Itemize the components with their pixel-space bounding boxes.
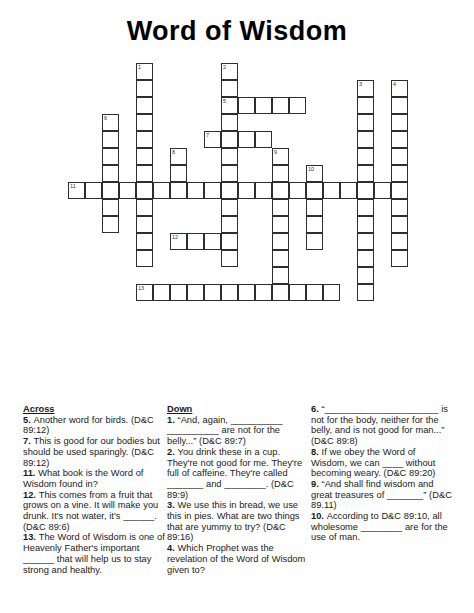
grid-cell-r5c2[interactable] [102,148,119,165]
grid-cell-r9c14[interactable] [306,216,323,233]
grid-cell-r6c9[interactable] [221,165,238,182]
grid-cell-r10c7[interactable] [187,233,204,250]
grid-cell-r13c7[interactable] [187,284,204,301]
down-clue-column: Down 1. “And, again, __________ ________… [167,404,310,575]
grid-cell-r0c9[interactable]: 2 [221,63,238,80]
grid-cell-r13c4[interactable]: 13 [136,284,153,301]
grid-cell-r10c4[interactable] [136,233,153,250]
clue-across-7: 7. This is good for our bodies but shoul… [23,436,166,468]
grid-cell-r10c19[interactable] [391,233,408,250]
grid-cell-r11c4[interactable] [136,250,153,267]
clue-across-5: 5. Another word for birds. (D&C 89:12) [23,415,166,436]
grid-cell-r5c4[interactable] [136,148,153,165]
clue-number-13: 13 [138,285,144,291]
grid-cell-r3c2[interactable]: 6 [102,114,119,131]
grid-cell-r7c16[interactable] [340,182,357,199]
page-title: Word of Wisdom [0,16,474,47]
grid-cell-r10c9[interactable] [221,233,238,250]
grid-cell-r7c18[interactable] [374,182,391,199]
grid-cell-r6c19[interactable] [391,165,408,182]
grid-cell-r5c17[interactable] [357,148,374,165]
grid-cell-r7c6[interactable] [170,182,187,199]
grid-cell-r1c4[interactable] [136,80,153,97]
clue-number-12: 12 [172,234,178,240]
grid-cell-r10c12[interactable] [272,233,289,250]
grid-cell-r6c12[interactable] [272,165,289,182]
clue-number-8: 8 [172,149,175,155]
grid-cell-r13c15[interactable] [323,284,340,301]
across-header: Across [23,404,166,415]
clue-number-4: 4 [393,81,396,87]
clue-down-2: 2. You drink these in a cup. They're not… [167,447,310,501]
grid-cell-r5c6[interactable]: 8 [170,148,187,165]
grid-cell-r9c4[interactable] [136,216,153,233]
clue-number-2: 2 [223,64,226,70]
grid-cell-r2c4[interactable] [136,97,153,114]
grid-cell-r10c14[interactable] [306,233,323,250]
grid-cell-r1c9[interactable] [221,80,238,97]
clue-number-10: 10 [308,166,314,172]
grid-cell-r8c9[interactable] [221,199,238,216]
grid-cell-r5c19[interactable] [391,148,408,165]
grid-cell-r9c9[interactable] [221,216,238,233]
grid-cell-r7c11[interactable] [255,182,272,199]
grid-cell-r7c0[interactable]: 11 [68,182,85,199]
grid-cell-r13c10[interactable] [238,284,255,301]
grid-cell-r6c2[interactable] [102,165,119,182]
grid-cell-r7c8[interactable] [204,182,221,199]
clue-across-11: 11. What book is the Word of Wisdom foun… [23,468,166,489]
across-clue-list: 5. Another word for birds. (D&C 89:12)7.… [23,415,166,576]
clue-number-9: 9 [274,149,277,155]
grid-cell-r3c17[interactable] [357,114,374,131]
grid-cell-r1c17[interactable]: 3 [357,80,374,97]
grid-cell-r8c17[interactable] [357,199,374,216]
crossword-worksheet: Word of Wisdom 12345678910111213 Across … [0,0,474,613]
grid-cell-r4c4[interactable] [136,131,153,148]
clue-number-11: 11 [70,183,76,189]
down-clue-column-continued: 6. “______________________ is not for th… [311,404,454,575]
grid-cell-r7c13[interactable] [289,182,306,199]
grid-cell-r10c8[interactable] [204,233,221,250]
grid-cell-r7c10[interactable] [238,182,255,199]
grid-cell-r7c1[interactable] [85,182,102,199]
grid-cell-r7c15[interactable] [323,182,340,199]
down-clue-list: 1. “And, again, __________ __________ ar… [167,415,310,576]
grid-cell-r4c2[interactable] [102,131,119,148]
grid-cell-r7c4[interactable] [136,182,153,199]
grid-cell-r9c12[interactable] [272,216,289,233]
grid-cell-r4c19[interactable] [391,131,408,148]
grid-cell-r8c4[interactable] [136,199,153,216]
grid-cell-r6c6[interactable] [170,165,187,182]
grid-cell-r3c19[interactable] [391,114,408,131]
grid-cell-r5c12[interactable]: 9 [272,148,289,165]
grid-cell-r9c17[interactable] [357,216,374,233]
clue-section: Across 5. Another word for birds. (D&C 8… [23,404,455,575]
grid-cell-r11c17[interactable] [357,250,374,267]
grid-cell-r7c5[interactable] [153,182,170,199]
clue-number-7: 7 [206,132,209,138]
grid-cell-r8c19[interactable] [391,199,408,216]
grid-cell-r4c10[interactable] [238,131,255,148]
grid-cell-r7c7[interactable] [187,182,204,199]
grid-cell-r13c8[interactable] [204,284,221,301]
across-clue-column: Across 5. Another word for birds. (D&C 8… [23,404,166,575]
grid-cell-r7c3[interactable] [119,182,136,199]
clue-number-6: 6 [104,115,107,121]
clue-number-5: 5 [223,98,226,104]
grid-cell-r7c17[interactable] [357,182,374,199]
grid-cell-r12c17[interactable] [357,267,374,284]
grid-cell-r4c17[interactable] [357,131,374,148]
grid-cell-r10c17[interactable] [357,233,374,250]
grid-cell-r8c14[interactable] [306,199,323,216]
grid-cell-r13c13[interactable] [289,284,306,301]
grid-cell-r2c10[interactable] [238,97,255,114]
grid-cell-r2c11[interactable] [255,97,272,114]
grid-cell-r3c9[interactable] [221,114,238,131]
clue-number-1: 1 [138,64,141,70]
grid-cell-r13c14[interactable] [306,284,323,301]
grid-cell-r5c9[interactable] [221,148,238,165]
grid-cell-r13c11[interactable] [255,284,272,301]
clue-across-13: 13. The Word of Wisdom is one of Heavenl… [23,532,166,575]
grid-cell-r13c6[interactable] [170,284,187,301]
clue-down-4: 4. Which Prophet was the revelation of t… [167,543,310,575]
grid-cell-r13c9[interactable] [221,284,238,301]
grid-cell-r9c2[interactable] [102,216,119,233]
grid-cell-r2c19[interactable] [391,97,408,114]
clue-down_continued-8: 8. If we obey the Word of Wisdom, we can… [311,447,454,479]
grid-cell-r4c8[interactable]: 7 [204,131,221,148]
grid-cell-r4c11[interactable] [255,131,272,148]
grid-cell-r3c4[interactable] [136,114,153,131]
grid-cell-r4c9[interactable] [221,131,238,148]
grid-cell-r0c4[interactable]: 1 [136,63,153,80]
grid-cell-r8c2[interactable] [102,199,119,216]
grid-cell-r2c17[interactable] [357,97,374,114]
clue-down_continued-10: 10. According to D&C 89:10, all wholesom… [311,511,454,543]
grid-cell-r13c17[interactable] [357,284,374,301]
grid-cell-r7c9[interactable] [221,182,238,199]
crossword-grid: 12345678910111213 [68,63,408,301]
grid-cell-r7c14[interactable] [306,182,323,199]
grid-cell-r7c12[interactable] [272,182,289,199]
grid-cell-r6c4[interactable] [136,165,153,182]
grid-cell-r7c2[interactable] [102,182,119,199]
down-header: Down [167,404,310,415]
grid-cell-r6c17[interactable] [357,165,374,182]
grid-cell-r9c19[interactable] [391,216,408,233]
grid-cell-r1c19[interactable]: 4 [391,80,408,97]
grid-cell-r6c14[interactable]: 10 [306,165,323,182]
grid-cell-r11c9[interactable] [221,250,238,267]
grid-cell-r12c12[interactable] [272,267,289,284]
grid-cell-r10c6[interactable]: 12 [170,233,187,250]
down-clue-list-continued: 6. “______________________ is not for th… [311,404,454,543]
grid-cell-r2c9[interactable]: 5 [221,97,238,114]
clue-number-3: 3 [359,81,362,87]
grid-cell-r7c19[interactable] [391,182,408,199]
clue-down-1: 1. “And, again, __________ __________ ar… [167,415,310,447]
grid-cell-r2c12[interactable] [272,97,289,114]
grid-cell-r2c13[interactable] [289,97,306,114]
grid-cell-r13c12[interactable] [272,284,289,301]
clue-down_continued-6: 6. “______________________ is not for th… [311,404,454,447]
clue-across-12: 12. This comes from a fruit that grows o… [23,490,166,533]
clue-down-3: 3. We use this in bread, we use this in … [167,500,310,543]
grid-cell-r11c12[interactable] [272,250,289,267]
grid-cell-r13c5[interactable] [153,284,170,301]
grid-cell-r8c12[interactable] [272,199,289,216]
grid-cell-r11c19[interactable] [391,250,408,267]
clue-down_continued-9: 9. “And shall find wisdom and great trea… [311,479,454,511]
